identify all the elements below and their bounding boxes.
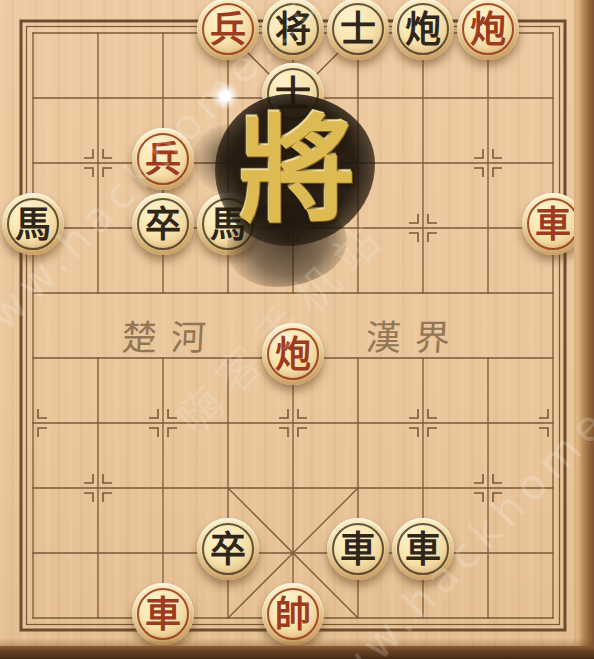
piece-black-chariot[interactable]: 車 xyxy=(327,518,389,580)
piece-glyph: 車 xyxy=(392,518,454,580)
point-0-0[interactable] xyxy=(1,1,66,66)
piece-glyph: 士 xyxy=(327,0,389,60)
point-0-6[interactable] xyxy=(1,391,66,456)
point-4-6[interactable] xyxy=(261,391,326,456)
point-1-4[interactable] xyxy=(66,261,131,326)
piece-black-cannon[interactable]: 炮 xyxy=(392,0,454,60)
board-bottom-edge xyxy=(0,646,594,659)
point-1-5[interactable] xyxy=(66,326,131,391)
point-1-1[interactable] xyxy=(66,66,131,131)
piece-black-general[interactable]: 将 xyxy=(262,0,324,60)
point-1-2[interactable] xyxy=(66,131,131,196)
highlight-core xyxy=(219,90,231,102)
point-6-0[interactable]: 炮 xyxy=(391,1,456,66)
piece-glyph: 馬 xyxy=(2,193,64,255)
piece-glyph: 兵 xyxy=(197,0,259,60)
point-2-3[interactable]: 卒 xyxy=(131,196,196,261)
xiangqi-game-screen: 楚河 漢界 兵将士炮炮士兵馬卒馬車炮卒車車車帥 將 www.hackhome.c… xyxy=(0,0,594,659)
point-0-7[interactable] xyxy=(1,456,66,521)
point-7-8[interactable] xyxy=(456,521,521,586)
point-2-0[interactable] xyxy=(131,1,196,66)
piece-black-soldier[interactable]: 卒 xyxy=(132,193,194,255)
piece-glyph: 炮 xyxy=(392,0,454,60)
point-7-7[interactable] xyxy=(456,456,521,521)
piece-glyph: 車 xyxy=(132,583,194,645)
point-4-5[interactable]: 炮 xyxy=(261,326,326,391)
board-right-edge xyxy=(574,0,594,659)
point-4-8[interactable] xyxy=(261,521,326,586)
point-5-7[interactable] xyxy=(326,456,391,521)
piece-glyph: 炮 xyxy=(457,0,519,60)
point-3-6[interactable] xyxy=(196,391,261,456)
point-6-5[interactable] xyxy=(391,326,456,391)
point-6-4[interactable] xyxy=(391,261,456,326)
point-5-0[interactable]: 士 xyxy=(326,1,391,66)
point-0-3[interactable]: 馬 xyxy=(1,196,66,261)
piece-black-soldier[interactable]: 卒 xyxy=(197,518,259,580)
point-7-6[interactable] xyxy=(456,391,521,456)
point-0-4[interactable] xyxy=(1,261,66,326)
check-character: 將 xyxy=(239,112,355,228)
point-6-3[interactable] xyxy=(391,196,456,261)
point-3-5[interactable] xyxy=(196,326,261,391)
point-1-0[interactable] xyxy=(66,1,131,66)
point-7-3[interactable] xyxy=(456,196,521,261)
point-7-0[interactable]: 炮 xyxy=(456,1,521,66)
point-2-8[interactable] xyxy=(131,521,196,586)
piece-glyph: 卒 xyxy=(132,193,194,255)
point-5-8[interactable]: 車 xyxy=(326,521,391,586)
piece-black-chariot[interactable]: 車 xyxy=(392,518,454,580)
point-7-1[interactable] xyxy=(456,66,521,131)
point-3-7[interactable] xyxy=(196,456,261,521)
piece-black-advisor[interactable]: 士 xyxy=(327,0,389,60)
point-2-7[interactable] xyxy=(131,456,196,521)
piece-glyph: 帥 xyxy=(262,583,324,645)
point-0-8[interactable] xyxy=(1,521,66,586)
point-5-4[interactable] xyxy=(326,261,391,326)
piece-glyph: 将 xyxy=(262,0,324,60)
point-6-7[interactable] xyxy=(391,456,456,521)
piece-red-cannon[interactable]: 炮 xyxy=(457,0,519,60)
piece-glyph: 車 xyxy=(327,518,389,580)
point-1-7[interactable] xyxy=(66,456,131,521)
point-0-1[interactable] xyxy=(1,66,66,131)
point-6-8[interactable]: 車 xyxy=(391,521,456,586)
point-7-2[interactable] xyxy=(456,131,521,196)
point-5-6[interactable] xyxy=(326,391,391,456)
point-2-6[interactable] xyxy=(131,391,196,456)
point-3-0[interactable]: 兵 xyxy=(196,1,261,66)
point-2-4[interactable] xyxy=(131,261,196,326)
point-1-8[interactable] xyxy=(66,521,131,586)
piece-red-soldier[interactable]: 兵 xyxy=(197,0,259,60)
piece-glyph: 兵 xyxy=(132,128,194,190)
piece-red-general[interactable]: 帥 xyxy=(262,583,324,645)
point-5-5[interactable] xyxy=(326,326,391,391)
point-7-5[interactable] xyxy=(456,326,521,391)
point-6-1[interactable] xyxy=(391,66,456,131)
piece-red-chariot[interactable]: 車 xyxy=(132,583,194,645)
piece-red-cannon[interactable]: 炮 xyxy=(262,323,324,385)
point-3-8[interactable]: 卒 xyxy=(196,521,261,586)
point-2-1[interactable] xyxy=(131,66,196,131)
point-0-5[interactable] xyxy=(1,326,66,391)
piece-glyph: 炮 xyxy=(262,323,324,385)
point-1-3[interactable] xyxy=(66,196,131,261)
point-6-6[interactable] xyxy=(391,391,456,456)
point-2-5[interactable] xyxy=(131,326,196,391)
piece-black-horse[interactable]: 馬 xyxy=(2,193,64,255)
point-6-2[interactable] xyxy=(391,131,456,196)
piece-glyph: 卒 xyxy=(197,518,259,580)
piece-red-soldier[interactable]: 兵 xyxy=(132,128,194,190)
point-4-0[interactable]: 将 xyxy=(261,1,326,66)
point-0-2[interactable] xyxy=(1,131,66,196)
point-1-6[interactable] xyxy=(66,391,131,456)
point-4-7[interactable] xyxy=(261,456,326,521)
point-2-2[interactable]: 兵 xyxy=(131,131,196,196)
point-7-4[interactable] xyxy=(456,261,521,326)
